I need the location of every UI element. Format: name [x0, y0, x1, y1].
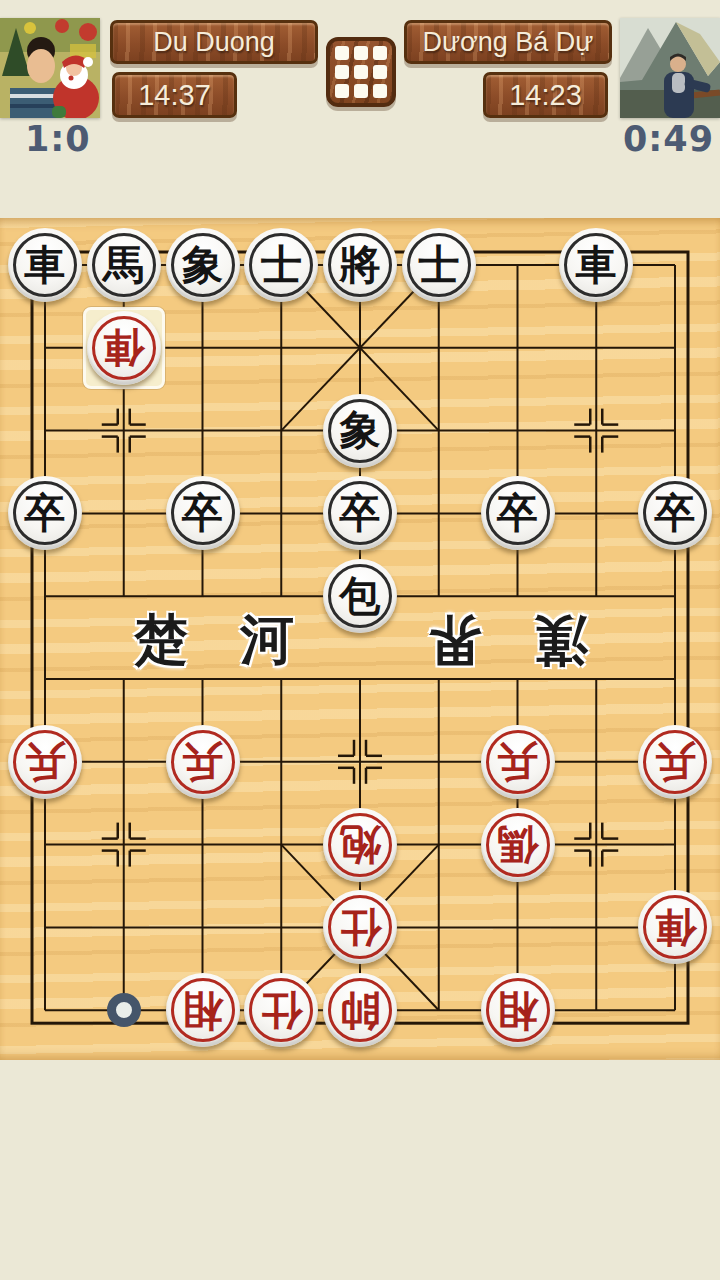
- left-player-clock: 14:37: [112, 72, 237, 118]
- right-player-name-plaque: Dương Bá Dự: [404, 20, 612, 64]
- piece-glyph: 卒: [497, 493, 538, 534]
- piece-glyph: 帥: [340, 990, 381, 1031]
- right-player-avatar[interactable]: [620, 18, 720, 118]
- right-player-time: 14:23: [509, 79, 582, 112]
- menu-button[interactable]: [326, 37, 396, 107]
- grid-menu-icon: [335, 46, 387, 98]
- piece-red-soldier[interactable]: 兵: [481, 725, 555, 799]
- piece-red-general[interactable]: 帥: [323, 973, 397, 1047]
- piece-glyph: 將: [340, 245, 381, 286]
- piece-black-elephant[interactable]: 象: [166, 228, 240, 302]
- piece-glyph: 相: [497, 990, 538, 1031]
- river-text-right: 漢界: [400, 602, 640, 678]
- left-player-name-plaque: Du Duong: [110, 20, 318, 64]
- piece-glyph: 馬: [103, 245, 144, 286]
- piece-black-elephant[interactable]: 象: [323, 394, 397, 468]
- piece-glyph: 士: [418, 245, 459, 286]
- piece-black-chariot[interactable]: 車: [8, 228, 82, 302]
- piece-glyph: 士: [261, 245, 302, 286]
- left-player-name: Du Duong: [153, 27, 275, 58]
- left-player-time: 14:37: [138, 79, 211, 112]
- piece-glyph: 象: [340, 410, 381, 451]
- piece-glyph: 相: [182, 990, 223, 1031]
- piece-black-soldier[interactable]: 卒: [481, 476, 555, 550]
- piece-red-elephant[interactable]: 相: [481, 973, 555, 1047]
- piece-red-soldier[interactable]: 兵: [638, 725, 712, 799]
- piece-black-chariot[interactable]: 車: [559, 228, 633, 302]
- piece-black-soldier[interactable]: 卒: [8, 476, 82, 550]
- left-player-avatar[interactable]: [0, 18, 100, 118]
- piece-red-advisor[interactable]: 仕: [323, 890, 397, 964]
- piece-red-horse[interactable]: 傌: [481, 808, 555, 882]
- piece-glyph: 卒: [340, 493, 381, 534]
- piece-glyph: 車: [25, 245, 66, 286]
- piece-red-cannon[interactable]: 炮: [323, 808, 397, 882]
- piece-glyph: 俥: [103, 327, 144, 368]
- piece-red-advisor[interactable]: 仕: [244, 973, 318, 1047]
- piece-black-soldier[interactable]: 卒: [638, 476, 712, 550]
- game-screen: { "game": "xiangqi", "position": { "fen"…: [0, 0, 720, 1280]
- piece-glyph: 兵: [25, 741, 66, 782]
- piece-red-soldier[interactable]: 兵: [8, 725, 82, 799]
- piece-black-soldier[interactable]: 卒: [323, 476, 397, 550]
- piece-glyph: 包: [340, 576, 381, 617]
- piece-glyph: 兵: [497, 741, 538, 782]
- piece-black-soldier[interactable]: 卒: [166, 476, 240, 550]
- piece-glyph: 俥: [655, 907, 696, 948]
- piece-glyph: 車: [576, 245, 617, 286]
- piece-black-cannon[interactable]: 包: [323, 559, 397, 633]
- piece-black-advisor[interactable]: 士: [402, 228, 476, 302]
- piece-red-elephant[interactable]: 相: [166, 973, 240, 1047]
- piece-glyph: 卒: [182, 493, 223, 534]
- piece-glyph: 卒: [25, 493, 66, 534]
- piece-red-chariot[interactable]: 俥: [638, 890, 712, 964]
- piece-glyph: 象: [182, 245, 223, 286]
- piece-glyph: 炮: [340, 824, 381, 865]
- xiangqi-board[interactable]: 楚河 漢界 車馬象士將士車俥象卒卒卒卒卒包兵兵兵兵炮傌仕俥相仕帥相: [0, 218, 720, 1060]
- match-score: 1:0: [25, 119, 91, 159]
- piece-red-soldier[interactable]: 兵: [166, 725, 240, 799]
- piece-glyph: 仕: [340, 907, 381, 948]
- last-move-origin-marker: [107, 993, 141, 1027]
- right-player-name: Dương Bá Dự: [423, 27, 594, 58]
- river-text-left: 楚河: [82, 602, 322, 678]
- piece-black-advisor[interactable]: 士: [244, 228, 318, 302]
- move-timer: 0:49: [594, 119, 714, 159]
- piece-glyph: 卒: [655, 493, 696, 534]
- piece-glyph: 傌: [497, 824, 538, 865]
- piece-glyph: 兵: [655, 741, 696, 782]
- piece-glyph: 兵: [182, 741, 223, 782]
- piece-glyph: 仕: [261, 990, 302, 1031]
- right-avatar-photo: [620, 18, 720, 118]
- left-avatar-photo: [0, 18, 100, 118]
- right-player-clock: 14:23: [483, 72, 608, 118]
- piece-black-general[interactable]: 將: [323, 228, 397, 302]
- piece-red-chariot[interactable]: 俥: [87, 311, 161, 385]
- piece-black-horse[interactable]: 馬: [87, 228, 161, 302]
